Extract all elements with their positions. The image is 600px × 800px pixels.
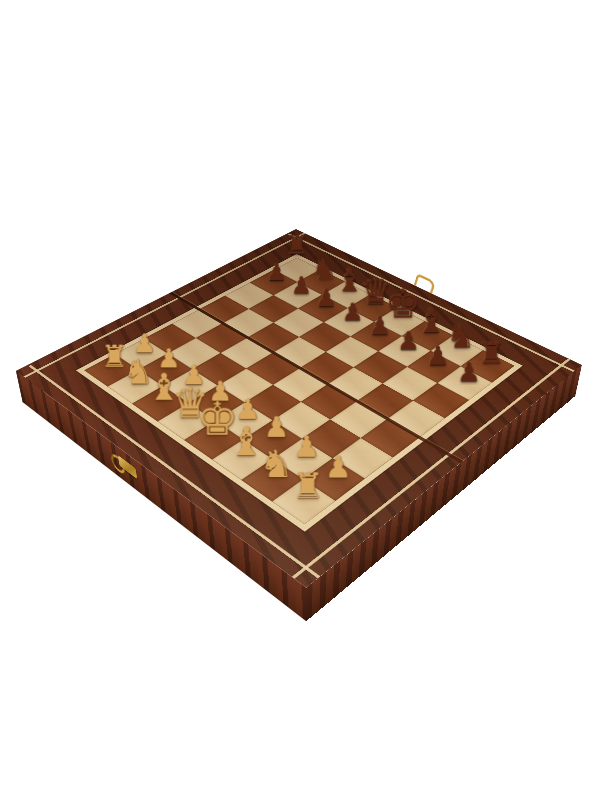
- square-f6: [354, 351, 408, 383]
- folding-chess-box: ♜♟♟♜♞♟♟♞♝♟♟♝♛♟♟♛♚♟♟♚♝♟♟♝♞♟♟♞♜♟♟♜: [16, 229, 582, 588]
- white-backdrop: ♜♟♟♜♞♟♟♞♝♟♟♝♛♟♟♛♚♟♟♚♝♟♟♝♞♟♟♞♜♟♟♜: [0, 0, 600, 800]
- square-h8: ♜: [461, 350, 514, 382]
- square-g6: [383, 367, 438, 401]
- piece-black-n-g8: ♞: [442, 320, 479, 352]
- piece-black-r-h8: ♜: [473, 338, 511, 368]
- piece-white-r-a1: ♜: [95, 342, 133, 372]
- product-photo-scene: ♜♟♟♜♞♟♟♞♝♟♟♝♛♟♟♛♚♟♟♚♝♟♟♝♞♟♟♞♜♟♟♜: [0, 0, 600, 800]
- square-a1: ♜: [84, 354, 138, 387]
- clasp-plate: [118, 455, 137, 479]
- board-top: ♜♟♟♜♞♟♟♞♝♟♟♝♛♟♟♛♚♟♟♚♝♟♟♝♞♟♟♞♜♟♟♜: [16, 229, 582, 588]
- piece-black-q-d8: ♛: [358, 274, 393, 310]
